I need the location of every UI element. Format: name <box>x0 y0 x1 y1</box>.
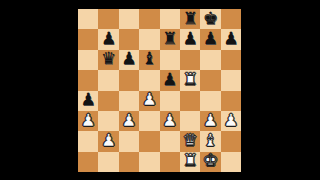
square-c8[interactable] <box>119 9 139 29</box>
square-d3[interactable] <box>139 111 159 131</box>
square-b5[interactable] <box>98 70 118 90</box>
square-h1[interactable] <box>221 152 241 172</box>
square-g4[interactable] <box>200 91 220 111</box>
piece-white-bishop: ♝ <box>203 132 218 149</box>
piece-black-queen: ♛ <box>101 50 116 67</box>
square-f2[interactable]: ♛ <box>180 131 200 151</box>
square-g3[interactable]: ♟ <box>200 111 220 131</box>
piece-black-pawn: ♟ <box>203 30 218 47</box>
square-b1[interactable] <box>98 152 118 172</box>
square-b6[interactable]: ♛ <box>98 50 118 70</box>
piece-white-rook: ♜ <box>182 71 197 88</box>
square-e1[interactable] <box>160 152 180 172</box>
piece-black-pawn: ♟ <box>81 91 96 108</box>
square-e2[interactable] <box>160 131 180 151</box>
piece-white-pawn: ♟ <box>101 132 116 149</box>
square-e8[interactable] <box>160 9 180 29</box>
square-f7[interactable]: ♟ <box>180 29 200 49</box>
square-h6[interactable] <box>221 50 241 70</box>
square-f6[interactable] <box>180 50 200 70</box>
square-a3[interactable]: ♟ <box>78 111 98 131</box>
square-a6[interactable] <box>78 50 98 70</box>
square-h8[interactable] <box>221 9 241 29</box>
square-g1[interactable]: ♚ <box>200 152 220 172</box>
square-c6[interactable]: ♟ <box>119 50 139 70</box>
square-e4[interactable] <box>160 91 180 111</box>
square-e3[interactable]: ♟ <box>160 111 180 131</box>
square-f1[interactable]: ♜ <box>180 152 200 172</box>
square-a1[interactable] <box>78 152 98 172</box>
piece-black-pawn: ♟ <box>162 71 177 88</box>
square-g5[interactable] <box>200 70 220 90</box>
square-c2[interactable] <box>119 131 139 151</box>
piece-black-bishop: ♝ <box>142 50 157 67</box>
square-h2[interactable] <box>221 131 241 151</box>
square-d1[interactable] <box>139 152 159 172</box>
square-h4[interactable] <box>221 91 241 111</box>
square-d7[interactable] <box>139 29 159 49</box>
square-f8[interactable]: ♜ <box>180 9 200 29</box>
piece-black-pawn: ♟ <box>182 30 197 47</box>
piece-white-pawn: ♟ <box>223 112 238 129</box>
piece-black-pawn: ♟ <box>101 30 116 47</box>
square-h7[interactable]: ♟ <box>221 29 241 49</box>
square-e6[interactable] <box>160 50 180 70</box>
square-b7[interactable]: ♟ <box>98 29 118 49</box>
chess-board: ♜♚♟♜♟♟♟♛♟♝♟♜♟♟♟♟♟♟♟♟♛♝♜♚ <box>78 9 241 172</box>
square-e7[interactable]: ♜ <box>160 29 180 49</box>
square-c5[interactable] <box>119 70 139 90</box>
piece-white-king: ♚ <box>203 152 218 169</box>
square-h5[interactable] <box>221 70 241 90</box>
square-c1[interactable] <box>119 152 139 172</box>
square-b4[interactable] <box>98 91 118 111</box>
square-b8[interactable] <box>98 9 118 29</box>
square-e5[interactable]: ♟ <box>160 70 180 90</box>
square-c3[interactable]: ♟ <box>119 111 139 131</box>
video-frame: ♜♚♟♜♟♟♟♛♟♝♟♜♟♟♟♟♟♟♟♟♛♝♜♚ <box>0 0 320 180</box>
square-f3[interactable] <box>180 111 200 131</box>
square-a4[interactable]: ♟ <box>78 91 98 111</box>
square-d2[interactable] <box>139 131 159 151</box>
square-d4[interactable]: ♟ <box>139 91 159 111</box>
square-d5[interactable] <box>139 70 159 90</box>
square-b2[interactable]: ♟ <box>98 131 118 151</box>
square-g7[interactable]: ♟ <box>200 29 220 49</box>
square-a7[interactable] <box>78 29 98 49</box>
piece-black-pawn: ♟ <box>121 50 136 67</box>
square-d6[interactable]: ♝ <box>139 50 159 70</box>
square-g2[interactable]: ♝ <box>200 131 220 151</box>
square-a5[interactable] <box>78 70 98 90</box>
piece-black-pawn: ♟ <box>223 30 238 47</box>
piece-black-rook: ♜ <box>162 30 177 47</box>
piece-white-pawn: ♟ <box>203 112 218 129</box>
piece-white-queen: ♛ <box>182 132 197 149</box>
piece-white-pawn: ♟ <box>162 112 177 129</box>
piece-white-rook: ♜ <box>182 152 197 169</box>
piece-white-pawn: ♟ <box>142 91 157 108</box>
square-d8[interactable] <box>139 9 159 29</box>
piece-black-rook: ♜ <box>182 10 197 27</box>
square-a8[interactable] <box>78 9 98 29</box>
square-f5[interactable]: ♜ <box>180 70 200 90</box>
square-f4[interactable] <box>180 91 200 111</box>
square-a2[interactable] <box>78 131 98 151</box>
piece-white-pawn: ♟ <box>81 112 96 129</box>
square-c7[interactable] <box>119 29 139 49</box>
square-g6[interactable] <box>200 50 220 70</box>
piece-white-pawn: ♟ <box>121 112 136 129</box>
piece-black-king: ♚ <box>203 10 218 27</box>
square-c4[interactable] <box>119 91 139 111</box>
square-b3[interactable] <box>98 111 118 131</box>
square-h3[interactable]: ♟ <box>221 111 241 131</box>
square-g8[interactable]: ♚ <box>200 9 220 29</box>
